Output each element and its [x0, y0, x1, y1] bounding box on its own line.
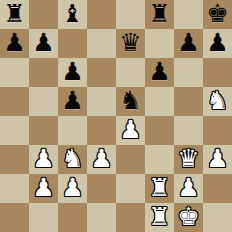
black-queen: ♛ — [119, 29, 141, 57]
square-f3[interactable] — [145, 145, 174, 174]
square-h7[interactable]: ♟ — [203, 29, 232, 58]
black-bishop: ♝ — [61, 0, 83, 28]
square-e8[interactable] — [116, 0, 145, 29]
square-a1[interactable] — [0, 203, 29, 232]
white-pawn: ♟ — [177, 174, 199, 202]
square-b2[interactable]: ♟ — [29, 174, 58, 203]
square-a4[interactable] — [0, 116, 29, 145]
square-g1[interactable]: ♚ — [174, 203, 203, 232]
square-a7[interactable]: ♟ — [0, 29, 29, 58]
square-g4[interactable] — [174, 116, 203, 145]
square-b1[interactable] — [29, 203, 58, 232]
square-d4[interactable] — [87, 116, 116, 145]
square-h8[interactable]: ♚ — [203, 0, 232, 29]
square-a8[interactable]: ♜ — [0, 0, 29, 29]
square-f1[interactable]: ♜ — [145, 203, 174, 232]
square-e1[interactable] — [116, 203, 145, 232]
square-a6[interactable] — [0, 58, 29, 87]
square-g2[interactable]: ♟ — [174, 174, 203, 203]
square-f4[interactable] — [145, 116, 174, 145]
square-f6[interactable]: ♟ — [145, 58, 174, 87]
square-h4[interactable] — [203, 116, 232, 145]
chess-board-window: ♜♝♜♚♟♟♛♟♟♟♟♟♞♞♟♟♞♟♛♟♟♟♜♟♜♚ — [0, 0, 232, 232]
square-f8[interactable]: ♜ — [145, 0, 174, 29]
black-pawn: ♟ — [61, 58, 83, 86]
square-e7[interactable]: ♛ — [116, 29, 145, 58]
square-g5[interactable] — [174, 87, 203, 116]
square-d6[interactable] — [87, 58, 116, 87]
square-f7[interactable] — [145, 29, 174, 58]
white-pawn: ♟ — [119, 116, 141, 144]
square-h6[interactable] — [203, 58, 232, 87]
white-pawn: ♟ — [90, 145, 112, 173]
square-b6[interactable] — [29, 58, 58, 87]
white-pawn: ♟ — [32, 174, 54, 202]
square-b5[interactable] — [29, 87, 58, 116]
square-c3[interactable]: ♞ — [58, 145, 87, 174]
square-g6[interactable] — [174, 58, 203, 87]
white-pawn: ♟ — [206, 145, 228, 173]
white-pawn: ♟ — [61, 174, 83, 202]
square-f5[interactable] — [145, 87, 174, 116]
square-e2[interactable] — [116, 174, 145, 203]
black-pawn: ♟ — [61, 87, 83, 115]
square-e4[interactable]: ♟ — [116, 116, 145, 145]
square-h3[interactable]: ♟ — [203, 145, 232, 174]
square-e6[interactable] — [116, 58, 145, 87]
square-g3[interactable]: ♛ — [174, 145, 203, 174]
white-knight: ♞ — [61, 145, 83, 173]
square-h2[interactable] — [203, 174, 232, 203]
black-rook: ♜ — [148, 0, 170, 28]
black-pawn: ♟ — [32, 29, 54, 57]
square-c8[interactable]: ♝ — [58, 0, 87, 29]
square-b4[interactable] — [29, 116, 58, 145]
square-c5[interactable]: ♟ — [58, 87, 87, 116]
white-king: ♚ — [177, 203, 199, 231]
black-pawn: ♟ — [177, 29, 199, 57]
black-pawn: ♟ — [206, 29, 228, 57]
chess-board: ♜♝♜♚♟♟♛♟♟♟♟♟♞♞♟♟♞♟♛♟♟♟♜♟♜♚ — [0, 0, 232, 232]
white-queen: ♛ — [177, 145, 199, 173]
square-c6[interactable]: ♟ — [58, 58, 87, 87]
white-pawn: ♟ — [32, 145, 54, 173]
black-knight: ♞ — [119, 87, 141, 115]
square-f2[interactable]: ♜ — [145, 174, 174, 203]
square-c7[interactable] — [58, 29, 87, 58]
square-a5[interactable] — [0, 87, 29, 116]
square-a2[interactable] — [0, 174, 29, 203]
square-d1[interactable] — [87, 203, 116, 232]
white-rook: ♜ — [148, 203, 170, 231]
square-b3[interactable]: ♟ — [29, 145, 58, 174]
square-e3[interactable] — [116, 145, 145, 174]
square-h1[interactable] — [203, 203, 232, 232]
square-e5[interactable]: ♞ — [116, 87, 145, 116]
square-b7[interactable]: ♟ — [29, 29, 58, 58]
square-c4[interactable] — [58, 116, 87, 145]
black-rook: ♜ — [3, 0, 25, 28]
black-king: ♚ — [206, 0, 228, 28]
square-h5[interactable]: ♞ — [203, 87, 232, 116]
square-g7[interactable]: ♟ — [174, 29, 203, 58]
square-d5[interactable] — [87, 87, 116, 116]
square-d3[interactable]: ♟ — [87, 145, 116, 174]
black-pawn: ♟ — [3, 29, 25, 57]
square-b8[interactable] — [29, 0, 58, 29]
white-rook: ♜ — [148, 174, 170, 202]
square-a3[interactable] — [0, 145, 29, 174]
square-g8[interactable] — [174, 0, 203, 29]
square-c1[interactable] — [58, 203, 87, 232]
square-c2[interactable]: ♟ — [58, 174, 87, 203]
white-knight: ♞ — [206, 87, 228, 115]
square-d2[interactable] — [87, 174, 116, 203]
black-pawn: ♟ — [148, 58, 170, 86]
square-d7[interactable] — [87, 29, 116, 58]
square-d8[interactable] — [87, 0, 116, 29]
